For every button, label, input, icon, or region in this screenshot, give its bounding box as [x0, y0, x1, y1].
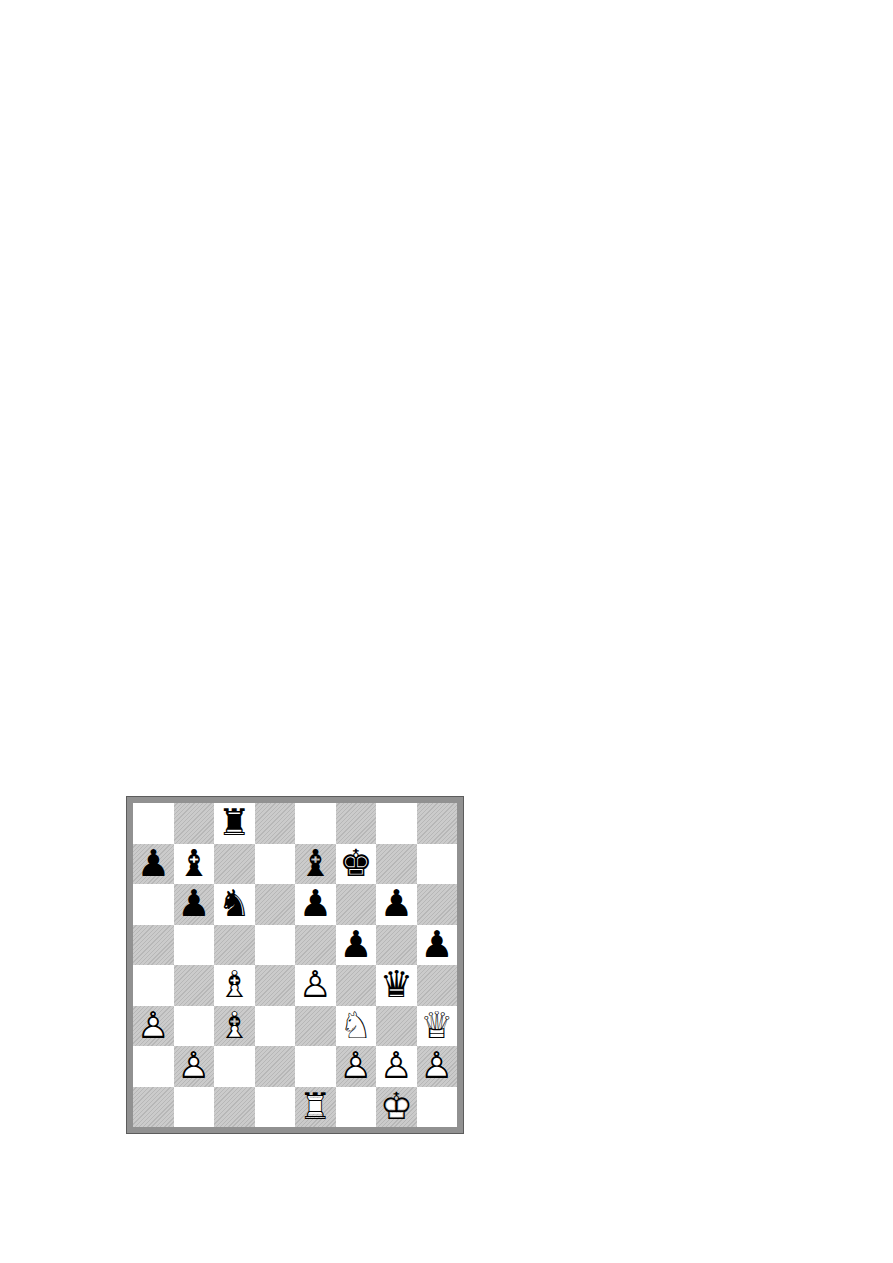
white-piece-outline: ♗: [214, 965, 255, 1006]
square-e7[interactable]: ♝: [295, 844, 336, 885]
square-g8[interactable]: [376, 803, 417, 844]
white-piece-outline: ♔: [376, 1087, 417, 1128]
square-c7[interactable]: [214, 844, 255, 885]
square-d4[interactable]: [255, 965, 296, 1006]
square-h7[interactable]: [417, 844, 458, 885]
square-h1[interactable]: [417, 1087, 458, 1128]
black-piece-fill: ♟: [417, 925, 458, 966]
square-f3[interactable]: ♞♘: [336, 1006, 377, 1047]
white-piece-outline: ♘: [336, 1006, 377, 1047]
black-pawn-icon[interactable]: ♟: [336, 925, 377, 966]
white-pawn-icon[interactable]: ♟♙: [336, 1046, 377, 1087]
square-e8[interactable]: [295, 803, 336, 844]
white-king-icon[interactable]: ♚♔: [376, 1087, 417, 1128]
white-pawn-icon[interactable]: ♟♙: [417, 1046, 458, 1087]
square-a5[interactable]: [133, 925, 174, 966]
white-pawn-icon[interactable]: ♟♙: [295, 965, 336, 1006]
square-c5[interactable]: [214, 925, 255, 966]
square-a8[interactable]: [133, 803, 174, 844]
square-f5[interactable]: ♟: [336, 925, 377, 966]
document-page: ♜♟♝♝♚♟♞♟♟♟♟♝♗♟♙♛♟♙♝♗♞♘♛♕♟♙♟♙♟♙♟♙♜♖♚♔: [0, 0, 893, 1263]
square-f8[interactable]: [336, 803, 377, 844]
square-c4[interactable]: ♝♗: [214, 965, 255, 1006]
square-g7[interactable]: [376, 844, 417, 885]
black-piece-fill: ♞: [214, 884, 255, 925]
white-piece-outline: ♙: [417, 1046, 458, 1087]
black-piece-fill: ♟: [133, 844, 174, 885]
chess-board-frame: ♜♟♝♝♚♟♞♟♟♟♟♝♗♟♙♛♟♙♝♗♞♘♛♕♟♙♟♙♟♙♟♙♜♖♚♔: [127, 797, 463, 1133]
white-piece-outline: ♕: [417, 1006, 458, 1047]
white-piece-outline: ♙: [295, 965, 336, 1006]
square-f2[interactable]: ♟♙: [336, 1046, 377, 1087]
square-d3[interactable]: [255, 1006, 296, 1047]
white-rook-icon[interactable]: ♜♖: [295, 1087, 336, 1128]
square-e2[interactable]: [295, 1046, 336, 1087]
square-c2[interactable]: [214, 1046, 255, 1087]
black-knight-icon[interactable]: ♞: [214, 884, 255, 925]
square-d1[interactable]: [255, 1087, 296, 1128]
black-piece-fill: ♟: [336, 925, 377, 966]
square-b2[interactable]: ♟♙: [174, 1046, 215, 1087]
square-f6[interactable]: [336, 884, 377, 925]
square-g4[interactable]: ♛: [376, 965, 417, 1006]
square-b7[interactable]: ♝: [174, 844, 215, 885]
white-pawn-icon[interactable]: ♟♙: [174, 1046, 215, 1087]
square-h3[interactable]: ♛♕: [417, 1006, 458, 1047]
square-d5[interactable]: [255, 925, 296, 966]
square-b3[interactable]: [174, 1006, 215, 1047]
square-a4[interactable]: [133, 965, 174, 1006]
square-a2[interactable]: [133, 1046, 174, 1087]
square-e6[interactable]: ♟: [295, 884, 336, 925]
black-pawn-icon[interactable]: ♟: [376, 884, 417, 925]
black-piece-fill: ♟: [174, 884, 215, 925]
black-queen-icon[interactable]: ♛: [376, 965, 417, 1006]
square-a7[interactable]: ♟: [133, 844, 174, 885]
black-bishop-icon[interactable]: ♝: [295, 844, 336, 885]
black-pawn-icon[interactable]: ♟: [133, 844, 174, 885]
square-e5[interactable]: [295, 925, 336, 966]
square-d7[interactable]: [255, 844, 296, 885]
white-piece-outline: ♖: [295, 1087, 336, 1128]
square-b4[interactable]: [174, 965, 215, 1006]
square-a1[interactable]: [133, 1087, 174, 1128]
square-d8[interactable]: [255, 803, 296, 844]
white-piece-outline: ♙: [174, 1046, 215, 1087]
white-piece-outline: ♙: [336, 1046, 377, 1087]
square-b5[interactable]: [174, 925, 215, 966]
square-e4[interactable]: ♟♙: [295, 965, 336, 1006]
square-g6[interactable]: ♟: [376, 884, 417, 925]
white-pawn-icon[interactable]: ♟♙: [376, 1046, 417, 1087]
black-pawn-icon[interactable]: ♟: [417, 925, 458, 966]
black-piece-fill: ♟: [376, 884, 417, 925]
square-c3[interactable]: ♝♗: [214, 1006, 255, 1047]
black-rook-icon[interactable]: ♜: [214, 803, 255, 844]
black-king-icon[interactable]: ♚: [336, 844, 377, 885]
square-c8[interactable]: ♜: [214, 803, 255, 844]
black-bishop-icon[interactable]: ♝: [174, 844, 215, 885]
square-h5[interactable]: ♟: [417, 925, 458, 966]
chess-board: ♜♟♝♝♚♟♞♟♟♟♟♝♗♟♙♛♟♙♝♗♞♘♛♕♟♙♟♙♟♙♟♙♜♖♚♔: [133, 803, 457, 1127]
square-b6[interactable]: ♟: [174, 884, 215, 925]
black-pawn-icon[interactable]: ♟: [174, 884, 215, 925]
black-piece-fill: ♚: [336, 844, 377, 885]
square-e1[interactable]: ♜♖: [295, 1087, 336, 1128]
white-knight-icon[interactable]: ♞♘: [336, 1006, 377, 1047]
square-b8[interactable]: [174, 803, 215, 844]
square-g1[interactable]: ♚♔: [376, 1087, 417, 1128]
square-h8[interactable]: [417, 803, 458, 844]
white-bishop-icon[interactable]: ♝♗: [214, 965, 255, 1006]
black-piece-fill: ♛: [376, 965, 417, 1006]
square-f7[interactable]: ♚: [336, 844, 377, 885]
black-piece-fill: ♟: [295, 884, 336, 925]
black-piece-fill: ♜: [214, 803, 255, 844]
square-g3[interactable]: [376, 1006, 417, 1047]
square-c1[interactable]: [214, 1087, 255, 1128]
white-bishop-icon[interactable]: ♝♗: [214, 1006, 255, 1047]
square-a6[interactable]: [133, 884, 174, 925]
square-c6[interactable]: ♞: [214, 884, 255, 925]
square-d6[interactable]: [255, 884, 296, 925]
white-piece-outline: ♙: [376, 1046, 417, 1087]
white-pawn-icon[interactable]: ♟♙: [133, 1006, 174, 1047]
square-g2[interactable]: ♟♙: [376, 1046, 417, 1087]
square-g5[interactable]: [376, 925, 417, 966]
square-d2[interactable]: [255, 1046, 296, 1087]
square-h2[interactable]: ♟♙: [417, 1046, 458, 1087]
square-b1[interactable]: [174, 1087, 215, 1128]
square-a3[interactable]: ♟♙: [133, 1006, 174, 1047]
black-piece-fill: ♝: [174, 844, 215, 885]
square-e3[interactable]: [295, 1006, 336, 1047]
square-f4[interactable]: [336, 965, 377, 1006]
white-piece-outline: ♙: [133, 1006, 174, 1047]
square-h4[interactable]: [417, 965, 458, 1006]
black-pawn-icon[interactable]: ♟: [295, 884, 336, 925]
square-h6[interactable]: [417, 884, 458, 925]
square-f1[interactable]: [336, 1087, 377, 1128]
black-piece-fill: ♝: [295, 844, 336, 885]
white-piece-outline: ♗: [214, 1006, 255, 1047]
white-queen-icon[interactable]: ♛♕: [417, 1006, 458, 1047]
